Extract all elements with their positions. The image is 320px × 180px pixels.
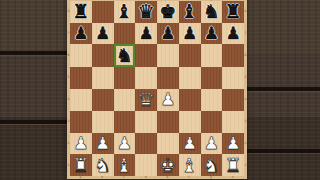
file-label-b: b xyxy=(101,176,103,179)
square-e5[interactable] xyxy=(157,67,179,89)
rank-label-1: 1 xyxy=(67,164,70,167)
square-c5[interactable] xyxy=(114,67,136,89)
square-g3[interactable] xyxy=(201,111,223,133)
square-a4[interactable] xyxy=(70,89,92,111)
square-a7[interactable]: ♟ xyxy=(70,23,92,45)
square-b6[interactable] xyxy=(92,44,114,67)
black-pawn[interactable]: ♟ xyxy=(73,25,88,42)
white-pawn[interactable]: ♟ xyxy=(182,134,197,151)
white-pawn[interactable]: ♟ xyxy=(204,134,219,151)
white-king[interactable]: ♚ xyxy=(159,155,176,174)
file-label-g: g xyxy=(210,176,212,179)
black-pawn[interactable]: ♟ xyxy=(139,25,154,42)
square-c1[interactable]: ♝ xyxy=(114,154,136,176)
square-b2[interactable]: ♟ xyxy=(92,133,114,155)
square-b8[interactable] xyxy=(92,1,114,23)
square-f2[interactable]: ♟ xyxy=(179,133,201,155)
file-label-g: g xyxy=(210,0,212,1)
square-e8[interactable]: ♚ xyxy=(157,1,179,23)
rank-label-8: 8 xyxy=(67,10,70,13)
square-f5[interactable] xyxy=(179,67,201,89)
file-label-d: d xyxy=(145,0,147,1)
white-pawn[interactable]: ♟ xyxy=(73,134,88,151)
black-rook[interactable]: ♜ xyxy=(225,2,242,21)
rank-label-3: 3 xyxy=(244,120,247,123)
black-pawn[interactable]: ♟ xyxy=(204,25,219,42)
white-rook[interactable]: ♜ xyxy=(72,155,89,174)
black-pawn[interactable]: ♟ xyxy=(95,25,110,42)
square-g5[interactable] xyxy=(201,67,223,89)
file-label-h: h xyxy=(232,0,234,1)
square-d5[interactable] xyxy=(135,67,157,89)
black-knight[interactable]: ♞ xyxy=(203,2,220,21)
square-f6[interactable] xyxy=(179,44,201,67)
square-h7[interactable]: ♟ xyxy=(222,23,244,45)
rank-label-1: 1 xyxy=(244,164,247,167)
square-b5[interactable] xyxy=(92,67,114,89)
plank-seam xyxy=(244,149,320,153)
square-e6[interactable] xyxy=(157,44,179,67)
square-f1[interactable]: ♝ xyxy=(179,154,201,176)
file-label-a: a xyxy=(79,176,81,179)
white-rook[interactable]: ♜ xyxy=(225,155,242,174)
white-bishop[interactable]: ♝ xyxy=(181,155,198,174)
square-d6[interactable] xyxy=(135,44,157,67)
square-d2[interactable] xyxy=(135,133,157,155)
square-e3[interactable] xyxy=(157,111,179,133)
square-a2[interactable]: ♟ xyxy=(70,133,92,155)
square-e7[interactable]: ♟ xyxy=(157,23,179,45)
black-knight[interactable]: ♞ xyxy=(116,46,133,65)
chess-board[interactable]: ♜♝♛♚♝♞♜♟♟♟♟♟♟♟♞♛♟♟♟♟♟♟♟♜♞♝♚♝♞♜ xyxy=(70,1,244,176)
rank-label-6: 6 xyxy=(67,54,70,57)
rank-label-2: 2 xyxy=(67,142,70,145)
file-label-a: a xyxy=(79,0,81,1)
square-g7[interactable]: ♟ xyxy=(201,23,223,45)
square-c2[interactable]: ♟ xyxy=(114,133,136,155)
square-f7[interactable]: ♟ xyxy=(179,23,201,45)
file-label-c: c xyxy=(123,176,125,179)
square-b4[interactable] xyxy=(92,89,114,111)
square-c4[interactable] xyxy=(114,89,136,111)
square-c8[interactable]: ♝ xyxy=(114,1,136,23)
square-g6[interactable] xyxy=(201,44,223,67)
square-a6[interactable] xyxy=(70,44,92,67)
square-d7[interactable]: ♟ xyxy=(135,23,157,45)
square-d3[interactable] xyxy=(135,111,157,133)
plank-seam xyxy=(0,120,67,124)
rank-label-4: 4 xyxy=(67,98,70,101)
file-label-c: c xyxy=(123,0,125,1)
square-a1[interactable]: ♜ xyxy=(70,154,92,176)
black-pawn[interactable]: ♟ xyxy=(160,25,175,42)
square-d1[interactable] xyxy=(135,154,157,176)
square-c6[interactable]: ♞ xyxy=(114,44,136,67)
white-knight[interactable]: ♞ xyxy=(94,155,111,174)
square-h8[interactable]: ♜ xyxy=(222,1,244,23)
square-b3[interactable] xyxy=(92,111,114,133)
square-f8[interactable]: ♝ xyxy=(179,1,201,23)
square-h2[interactable]: ♟ xyxy=(222,133,244,155)
file-label-f: f xyxy=(188,176,189,179)
white-knight[interactable]: ♞ xyxy=(203,155,220,174)
square-e1[interactable]: ♚ xyxy=(157,154,179,176)
square-e4[interactable]: ♟ xyxy=(157,89,179,111)
rank-label-7: 7 xyxy=(244,32,247,35)
black-queen[interactable]: ♛ xyxy=(138,2,155,21)
square-e2[interactable] xyxy=(157,133,179,155)
square-h4[interactable] xyxy=(222,89,244,111)
white-pawn[interactable]: ♟ xyxy=(226,134,241,151)
rank-label-5: 5 xyxy=(67,76,70,79)
square-b1[interactable]: ♞ xyxy=(92,154,114,176)
file-label-e: e xyxy=(166,176,168,179)
file-label-d: d xyxy=(145,176,147,179)
square-c7[interactable] xyxy=(114,23,136,45)
white-queen[interactable]: ♛ xyxy=(138,90,155,109)
rank-label-3: 3 xyxy=(67,120,70,123)
square-b7[interactable]: ♟ xyxy=(92,23,114,45)
black-bishop[interactable]: ♝ xyxy=(181,2,198,21)
white-pawn[interactable]: ♟ xyxy=(95,134,110,151)
white-bishop[interactable]: ♝ xyxy=(116,155,133,174)
file-label-f: f xyxy=(188,0,189,1)
file-label-e: e xyxy=(166,0,168,1)
screenshot-root: { "game": "chess", "position": "r1bqkbnr… xyxy=(0,0,320,180)
square-c3[interactable] xyxy=(114,111,136,133)
rank-label-6: 6 xyxy=(244,54,247,57)
square-d8[interactable]: ♛ xyxy=(135,1,157,23)
rank-label-4: 4 xyxy=(244,98,247,101)
rank-label-5: 5 xyxy=(244,76,247,79)
black-king[interactable]: ♚ xyxy=(159,2,176,21)
rank-label-8: 8 xyxy=(244,10,247,13)
square-g1[interactable]: ♞ xyxy=(201,154,223,176)
white-pawn[interactable]: ♟ xyxy=(160,91,175,108)
square-a5[interactable] xyxy=(70,67,92,89)
black-bishop[interactable]: ♝ xyxy=(116,2,133,21)
white-pawn[interactable]: ♟ xyxy=(117,134,132,151)
square-h3[interactable] xyxy=(222,111,244,133)
file-label-h: h xyxy=(232,176,234,179)
rank-label-7: 7 xyxy=(67,32,70,35)
square-a3[interactable] xyxy=(70,111,92,133)
square-f3[interactable] xyxy=(179,111,201,133)
square-a8[interactable]: ♜ xyxy=(70,1,92,23)
square-h5[interactable] xyxy=(222,67,244,89)
square-h1[interactable]: ♜ xyxy=(222,154,244,176)
board-frame: ♜♝♛♚♝♞♜♟♟♟♟♟♟♟♞♛♟♟♟♟♟♟♟♜♞♝♚♝♞♜ aabbccdde… xyxy=(67,0,247,179)
rank-label-2: 2 xyxy=(244,142,247,145)
file-label-b: b xyxy=(101,0,103,1)
black-pawn[interactable]: ♟ xyxy=(182,25,197,42)
black-rook[interactable]: ♜ xyxy=(72,2,89,21)
square-g8[interactable]: ♞ xyxy=(201,1,223,23)
square-d4[interactable]: ♛ xyxy=(135,89,157,111)
plank-seam xyxy=(244,87,320,91)
square-g4[interactable] xyxy=(201,89,223,111)
black-pawn[interactable]: ♟ xyxy=(226,25,241,42)
square-f4[interactable] xyxy=(179,89,201,111)
plank-seam xyxy=(0,51,67,55)
square-g2[interactable]: ♟ xyxy=(201,133,223,155)
square-h6[interactable] xyxy=(222,44,244,67)
